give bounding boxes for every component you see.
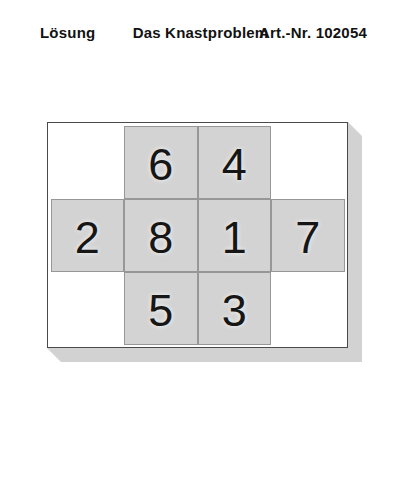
- cell-r2c2: 3: [198, 272, 272, 345]
- header: Lösung Das Knastproblem Art.-Nr. 102054: [0, 0, 401, 50]
- puzzle-board: 6 4 2 8 1 7 5 3: [47, 122, 362, 362]
- cell-r2c0: [51, 272, 125, 345]
- board: 6 4 2 8 1 7 5 3: [47, 122, 348, 348]
- cell-r0c3: [271, 126, 345, 199]
- cell-r0c1: 6: [124, 126, 198, 199]
- cell-r1c2: 1: [198, 199, 272, 272]
- cell-r2c3: [271, 272, 345, 345]
- cell-r0c2: 4: [198, 126, 272, 199]
- cell-r1c1: 8: [124, 199, 198, 272]
- article-number: Art.-Nr. 102054: [259, 25, 367, 40]
- cell-r1c3: 7: [271, 199, 345, 272]
- puzzle-grid: 6 4 2 8 1 7 5 3: [51, 126, 345, 345]
- solution-label: Lösung: [40, 25, 95, 40]
- puzzle-title: Das Knastproblem: [133, 25, 269, 40]
- cell-r1c0: 2: [51, 199, 125, 272]
- cell-r0c0: [51, 126, 125, 199]
- cell-r2c1: 5: [124, 272, 198, 345]
